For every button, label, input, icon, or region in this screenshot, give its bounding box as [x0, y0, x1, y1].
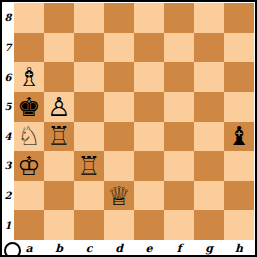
square-c2[interactable]	[74, 181, 104, 211]
square-b3[interactable]	[44, 151, 74, 181]
square-c8[interactable]	[74, 3, 104, 33]
piece-black-bishop[interactable]: ♝	[227, 123, 250, 149]
square-b5[interactable]: ♙	[44, 92, 74, 122]
square-b6[interactable]	[44, 62, 74, 92]
square-d3[interactable]	[104, 151, 134, 181]
rank-label-4: 4	[2, 122, 14, 152]
square-d6[interactable]	[104, 62, 134, 92]
rank-label-8: 8	[2, 3, 14, 33]
chess-board: ♗♚♙♘♖♝♔♖♕	[14, 3, 254, 240]
square-a4[interactable]: ♘	[14, 122, 44, 152]
square-g3[interactable]	[194, 151, 224, 181]
square-c5[interactable]	[74, 92, 104, 122]
rank-label-5: 5	[2, 92, 14, 122]
square-g6[interactable]	[194, 62, 224, 92]
square-a3[interactable]: ♔	[14, 151, 44, 181]
square-h3[interactable]	[224, 151, 254, 181]
square-b1[interactable]	[44, 210, 74, 240]
piece-white-queen[interactable]: ♕	[107, 183, 130, 209]
square-d7[interactable]	[104, 33, 134, 63]
square-h5[interactable]	[224, 92, 254, 122]
square-f8[interactable]	[164, 3, 194, 33]
square-a8[interactable]	[14, 3, 44, 33]
square-b4[interactable]: ♖	[44, 122, 74, 152]
file-label-h: h	[224, 241, 254, 256]
rank-label-1: 1	[2, 210, 14, 240]
square-a5[interactable]: ♚	[14, 92, 44, 122]
square-b2[interactable]	[44, 181, 74, 211]
square-e2[interactable]	[134, 181, 164, 211]
square-f2[interactable]	[164, 181, 194, 211]
square-h1[interactable]	[224, 210, 254, 240]
square-c1[interactable]	[74, 210, 104, 240]
square-c7[interactable]	[74, 33, 104, 63]
square-b8[interactable]	[44, 3, 74, 33]
square-b7[interactable]	[44, 33, 74, 63]
rank-label-7: 7	[2, 33, 14, 63]
rank-label-6: 6	[2, 62, 14, 92]
square-a1[interactable]	[14, 210, 44, 240]
square-e8[interactable]	[134, 3, 164, 33]
piece-white-rook[interactable]: ♖	[47, 123, 70, 149]
file-label-e: e	[134, 241, 164, 256]
square-c4[interactable]	[74, 122, 104, 152]
square-e3[interactable]	[134, 151, 164, 181]
piece-white-king[interactable]: ♔	[17, 153, 40, 179]
square-g8[interactable]	[194, 3, 224, 33]
piece-black-king[interactable]: ♚	[17, 94, 40, 120]
square-d8[interactable]	[104, 3, 134, 33]
square-h2[interactable]	[224, 181, 254, 211]
square-f6[interactable]	[164, 62, 194, 92]
square-h7[interactable]	[224, 33, 254, 63]
piece-white-knight[interactable]: ♘	[17, 123, 40, 149]
square-f7[interactable]	[164, 33, 194, 63]
piece-white-rook[interactable]: ♖	[77, 153, 100, 179]
square-h8[interactable]	[224, 3, 254, 33]
square-d5[interactable]	[104, 92, 134, 122]
piece-white-bishop[interactable]: ♗	[17, 64, 40, 90]
square-h4[interactable]: ♝	[224, 122, 254, 152]
square-g5[interactable]	[194, 92, 224, 122]
square-a2[interactable]	[14, 181, 44, 211]
square-e6[interactable]	[134, 62, 164, 92]
file-label-f: f	[164, 241, 194, 256]
square-c6[interactable]	[74, 62, 104, 92]
square-a7[interactable]	[14, 33, 44, 63]
piece-white-pawn[interactable]: ♙	[47, 94, 70, 120]
rank-label-3: 3	[2, 151, 14, 181]
square-g7[interactable]	[194, 33, 224, 63]
file-label-d: d	[104, 241, 134, 256]
side-to-move-indicator	[4, 242, 21, 257]
square-e7[interactable]	[134, 33, 164, 63]
square-g1[interactable]	[194, 210, 224, 240]
square-d4[interactable]	[104, 122, 134, 152]
square-d1[interactable]	[104, 210, 134, 240]
square-g2[interactable]	[194, 181, 224, 211]
square-e1[interactable]	[134, 210, 164, 240]
rank-label-2: 2	[2, 181, 14, 211]
square-f4[interactable]	[164, 122, 194, 152]
square-e4[interactable]	[134, 122, 164, 152]
file-label-g: g	[194, 241, 224, 256]
square-f3[interactable]	[164, 151, 194, 181]
square-c3[interactable]: ♖	[74, 151, 104, 181]
square-a6[interactable]: ♗	[14, 62, 44, 92]
square-h6[interactable]	[224, 62, 254, 92]
file-label-b: b	[44, 241, 74, 256]
square-g4[interactable]	[194, 122, 224, 152]
square-e5[interactable]	[134, 92, 164, 122]
file-label-c: c	[74, 241, 104, 256]
square-f5[interactable]	[164, 92, 194, 122]
chess-diagram: ♗♚♙♘♖♝♔♖♕ 87654321 abcdefgh	[0, 0, 257, 257]
square-f1[interactable]	[164, 210, 194, 240]
square-d2[interactable]: ♕	[104, 181, 134, 211]
